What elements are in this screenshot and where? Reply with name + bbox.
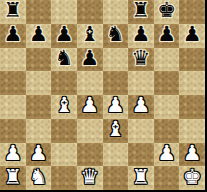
square-e3[interactable]: ♝	[103, 119, 129, 143]
square-b8[interactable]	[26, 0, 52, 24]
square-g7[interactable]: ♟	[154, 24, 180, 48]
square-f8[interactable]: ♜	[128, 0, 154, 24]
square-f4[interactable]: ♟	[128, 95, 154, 119]
square-f2[interactable]	[128, 143, 154, 167]
piece-white-pawn[interactable]: ♟	[106, 95, 125, 117]
square-b3[interactable]	[26, 119, 52, 143]
square-g4[interactable]	[154, 95, 180, 119]
square-c7[interactable]: ♟	[51, 24, 77, 48]
chess-app-window: ♜♜♚♟♟♟♝♞♟♟♟♞♟♛♝♟♟♟♝♟♟♟♟♜♞♛♜♚	[0, 0, 207, 192]
piece-black-knight[interactable]: ♞	[106, 24, 125, 46]
piece-white-king[interactable]: ♚	[183, 166, 202, 188]
square-a6[interactable]	[0, 48, 26, 72]
piece-white-pawn[interactable]: ♟	[3, 143, 22, 165]
chess-board: ♜♜♚♟♟♟♝♞♟♟♟♞♟♛♝♟♟♟♝♟♟♟♟♜♞♛♜♚	[0, 0, 207, 192]
square-e5[interactable]	[103, 71, 129, 95]
square-e6[interactable]	[103, 48, 129, 72]
square-g1[interactable]	[154, 166, 180, 190]
square-b5[interactable]	[26, 71, 52, 95]
square-d3[interactable]	[77, 119, 103, 143]
piece-white-bishop[interactable]: ♝	[106, 119, 125, 141]
piece-black-bishop[interactable]: ♝	[80, 24, 99, 46]
piece-black-pawn[interactable]: ♟	[29, 24, 48, 46]
square-a8[interactable]: ♜	[0, 0, 26, 24]
square-d7[interactable]: ♝	[77, 24, 103, 48]
piece-black-knight[interactable]: ♞	[55, 48, 74, 70]
square-c3[interactable]	[51, 119, 77, 143]
piece-black-pawn[interactable]: ♟	[157, 24, 176, 46]
square-h7[interactable]: ♟	[179, 24, 205, 48]
square-g3[interactable]	[154, 119, 180, 143]
piece-black-pawn[interactable]: ♟	[183, 24, 202, 46]
piece-black-king[interactable]: ♚	[157, 0, 176, 22]
piece-white-pawn[interactable]: ♟	[132, 95, 151, 117]
square-b7[interactable]: ♟	[26, 24, 52, 48]
piece-black-rook[interactable]: ♜	[132, 0, 151, 22]
piece-black-rook[interactable]: ♜	[3, 0, 22, 22]
square-d2[interactable]	[77, 143, 103, 167]
square-c5[interactable]	[51, 71, 77, 95]
square-f3[interactable]	[128, 119, 154, 143]
square-c1[interactable]	[51, 166, 77, 190]
square-c6[interactable]: ♞	[51, 48, 77, 72]
piece-black-pawn[interactable]: ♟	[55, 24, 74, 46]
square-c8[interactable]	[51, 0, 77, 24]
square-b1[interactable]: ♞	[26, 166, 52, 190]
piece-white-pawn[interactable]: ♟	[29, 143, 48, 165]
piece-black-pawn[interactable]: ♟	[3, 24, 22, 46]
square-b4[interactable]	[26, 95, 52, 119]
square-a2[interactable]: ♟	[0, 143, 26, 167]
piece-white-pawn[interactable]: ♟	[157, 143, 176, 165]
square-e8[interactable]	[103, 0, 129, 24]
square-f7[interactable]: ♟	[128, 24, 154, 48]
square-h4[interactable]	[179, 95, 205, 119]
square-a7[interactable]: ♟	[0, 24, 26, 48]
square-e7[interactable]: ♞	[103, 24, 129, 48]
square-h3[interactable]	[179, 119, 205, 143]
square-d6[interactable]: ♟	[77, 48, 103, 72]
square-h6[interactable]	[179, 48, 205, 72]
piece-white-rook[interactable]: ♜	[132, 166, 151, 188]
piece-white-queen[interactable]: ♛	[80, 166, 99, 188]
piece-white-knight[interactable]: ♞	[29, 166, 48, 188]
piece-white-pawn[interactable]: ♟	[80, 95, 99, 117]
square-e1[interactable]	[103, 166, 129, 190]
square-a1[interactable]: ♜	[0, 166, 26, 190]
square-a3[interactable]	[0, 119, 26, 143]
piece-white-rook[interactable]: ♜	[3, 166, 22, 188]
piece-white-bishop[interactable]: ♝	[55, 95, 74, 117]
square-c2[interactable]	[51, 143, 77, 167]
square-b2[interactable]: ♟	[26, 143, 52, 167]
square-e4[interactable]: ♟	[103, 95, 129, 119]
square-d4[interactable]: ♟	[77, 95, 103, 119]
square-c4[interactable]: ♝	[51, 95, 77, 119]
square-d8[interactable]	[77, 0, 103, 24]
square-f1[interactable]: ♜	[128, 166, 154, 190]
square-e2[interactable]	[103, 143, 129, 167]
square-h2[interactable]: ♟	[179, 143, 205, 167]
square-g5[interactable]	[154, 71, 180, 95]
square-h8[interactable]	[179, 0, 205, 24]
square-g2[interactable]: ♟	[154, 143, 180, 167]
square-g6[interactable]	[154, 48, 180, 72]
square-h1[interactable]: ♚	[179, 166, 205, 190]
piece-black-pawn[interactable]: ♟	[80, 48, 99, 70]
piece-black-pawn[interactable]: ♟	[132, 24, 151, 46]
square-f5[interactable]	[128, 71, 154, 95]
square-d1[interactable]: ♛	[77, 166, 103, 190]
square-b6[interactable]	[26, 48, 52, 72]
piece-white-pawn[interactable]: ♟	[183, 143, 202, 165]
square-d5[interactable]	[77, 71, 103, 95]
piece-black-queen[interactable]: ♛	[132, 48, 151, 70]
square-a4[interactable]	[0, 95, 26, 119]
square-g8[interactable]: ♚	[154, 0, 180, 24]
square-a5[interactable]	[0, 71, 26, 95]
square-h5[interactable]	[179, 71, 205, 95]
square-f6[interactable]: ♛	[128, 48, 154, 72]
